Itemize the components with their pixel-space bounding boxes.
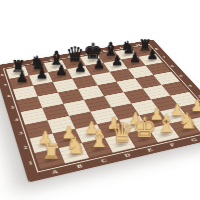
square-g5[interactable] <box>135 75 161 89</box>
piece-white-rook[interactable]: ♜ <box>31 141 71 163</box>
chess-board: ABCDEFGH ABCDEFGH 87654321 87654321 ♜♞♝♛… <box>0 40 200 183</box>
product-photo-scene: ABCDEFGH ABCDEFGH 87654321 87654321 ♜♞♝♛… <box>0 0 200 200</box>
piece-black-pawn[interactable]: ♟ <box>6 70 38 84</box>
